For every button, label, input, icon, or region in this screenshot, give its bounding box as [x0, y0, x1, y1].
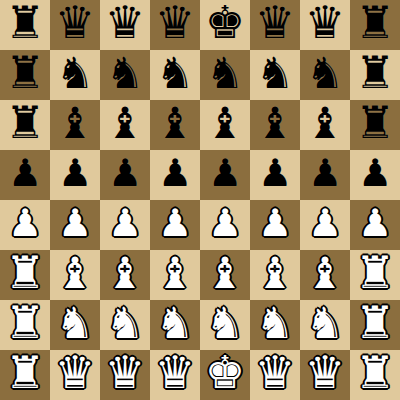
white-rook-piece[interactable]: ♜ [5, 298, 45, 348]
black-rook-piece[interactable]: ♜ [355, 0, 395, 48]
black-pawn-piece[interactable]: ♟ [258, 148, 292, 198]
white-rook-piece[interactable]: ♜ [5, 348, 45, 398]
square-b1[interactable]: ♛ [50, 350, 100, 400]
square-b3[interactable]: ♝ [50, 250, 100, 300]
square-h5[interactable]: ♟ [350, 150, 400, 200]
black-knight-piece[interactable]: ♞ [256, 48, 295, 98]
square-e6[interactable]: ♝ [200, 100, 250, 150]
white-rook-piece[interactable]: ♜ [5, 248, 45, 298]
white-knight-piece[interactable]: ♞ [56, 298, 95, 348]
black-knight-piece[interactable]: ♞ [306, 48, 345, 98]
square-e7[interactable]: ♞ [200, 50, 250, 100]
square-a7[interactable]: ♜ [0, 50, 50, 100]
square-f2[interactable]: ♞ [250, 300, 300, 350]
black-rook-piece[interactable]: ♜ [5, 98, 45, 148]
black-queen-piece[interactable]: ♛ [55, 0, 95, 48]
square-d4[interactable]: ♟ [150, 200, 200, 250]
square-d7[interactable]: ♞ [150, 50, 200, 100]
white-pawn-piece[interactable]: ♟ [208, 198, 242, 248]
square-g3[interactable]: ♝ [300, 250, 350, 300]
square-f3[interactable]: ♝ [250, 250, 300, 300]
square-a2[interactable]: ♜ [0, 300, 50, 350]
square-f6[interactable]: ♝ [250, 100, 300, 150]
square-f8[interactable]: ♛ [250, 0, 300, 50]
white-pawn-piece[interactable]: ♟ [308, 198, 342, 248]
square-e4[interactable]: ♟ [200, 200, 250, 250]
square-c7[interactable]: ♞ [100, 50, 150, 100]
black-rook-piece[interactable]: ♜ [355, 98, 395, 148]
white-pawn-piece[interactable]: ♟ [258, 198, 292, 248]
black-pawn-piece[interactable]: ♟ [158, 148, 192, 198]
square-e3[interactable]: ♝ [200, 250, 250, 300]
white-queen-piece[interactable]: ♛ [305, 348, 345, 398]
white-knight-piece[interactable]: ♞ [256, 298, 295, 348]
square-c6[interactable]: ♝ [100, 100, 150, 150]
black-bishop-piece[interactable]: ♝ [56, 98, 95, 148]
square-h1[interactable]: ♜ [350, 350, 400, 400]
square-b6[interactable]: ♝ [50, 100, 100, 150]
black-bishop-piece[interactable]: ♝ [206, 98, 245, 148]
white-knight-piece[interactable]: ♞ [206, 298, 245, 348]
white-rook-piece[interactable]: ♜ [355, 248, 395, 298]
square-a4[interactable]: ♟ [0, 200, 50, 250]
square-d2[interactable]: ♞ [150, 300, 200, 350]
black-pawn-piece[interactable]: ♟ [108, 148, 142, 198]
square-d8[interactable]: ♛ [150, 0, 200, 50]
square-e8[interactable]: ♚ [200, 0, 250, 50]
black-pawn-piece[interactable]: ♟ [308, 148, 342, 198]
square-g2[interactable]: ♞ [300, 300, 350, 350]
square-a3[interactable]: ♜ [0, 250, 50, 300]
square-f4[interactable]: ♟ [250, 200, 300, 250]
square-a6[interactable]: ♜ [0, 100, 50, 150]
white-bishop-piece[interactable]: ♝ [206, 248, 245, 298]
square-f7[interactable]: ♞ [250, 50, 300, 100]
square-g6[interactable]: ♝ [300, 100, 350, 150]
white-queen-piece[interactable]: ♛ [55, 348, 95, 398]
square-h4[interactable]: ♟ [350, 200, 400, 250]
white-bishop-piece[interactable]: ♝ [56, 248, 95, 298]
white-bishop-piece[interactable]: ♝ [256, 248, 295, 298]
black-bishop-piece[interactable]: ♝ [156, 98, 195, 148]
white-pawn-piece[interactable]: ♟ [8, 198, 42, 248]
square-g8[interactable]: ♛ [300, 0, 350, 50]
white-queen-piece[interactable]: ♛ [255, 348, 295, 398]
square-c1[interactable]: ♛ [100, 350, 150, 400]
black-bishop-piece[interactable]: ♝ [256, 98, 295, 148]
square-c2[interactable]: ♞ [100, 300, 150, 350]
black-pawn-piece[interactable]: ♟ [358, 148, 392, 198]
square-h3[interactable]: ♜ [350, 250, 400, 300]
black-knight-piece[interactable]: ♞ [156, 48, 195, 98]
white-bishop-piece[interactable]: ♝ [106, 248, 145, 298]
black-queen-piece[interactable]: ♛ [255, 0, 295, 48]
square-a5[interactable]: ♟ [0, 150, 50, 200]
white-knight-piece[interactable]: ♞ [306, 298, 345, 348]
square-d5[interactable]: ♟ [150, 150, 200, 200]
square-b5[interactable]: ♟ [50, 150, 100, 200]
square-h2[interactable]: ♜ [350, 300, 400, 350]
square-g4[interactable]: ♟ [300, 200, 350, 250]
square-g1[interactable]: ♛ [300, 350, 350, 400]
square-b4[interactable]: ♟ [50, 200, 100, 250]
chess-board: ♜♛♛♛♚♛♛♜♜♞♞♞♞♞♞♜♜♝♝♝♝♝♝♜♟♟♟♟♟♟♟♟♟♟♟♟♟♟♟♟… [0, 0, 400, 400]
square-c4[interactable]: ♟ [100, 200, 150, 250]
square-b7[interactable]: ♞ [50, 50, 100, 100]
square-b2[interactable]: ♞ [50, 300, 100, 350]
square-c3[interactable]: ♝ [100, 250, 150, 300]
white-pawn-piece[interactable]: ♟ [108, 198, 142, 248]
square-f1[interactable]: ♛ [250, 350, 300, 400]
white-king-piece[interactable]: ♚ [205, 348, 245, 398]
black-pawn-piece[interactable]: ♟ [58, 148, 92, 198]
white-bishop-piece[interactable]: ♝ [156, 248, 195, 298]
white-rook-piece[interactable]: ♜ [355, 298, 395, 348]
black-knight-piece[interactable]: ♞ [106, 48, 145, 98]
black-rook-piece[interactable]: ♜ [355, 48, 395, 98]
white-pawn-piece[interactable]: ♟ [358, 198, 392, 248]
black-pawn-piece[interactable]: ♟ [8, 148, 42, 198]
white-queen-piece[interactable]: ♛ [155, 348, 195, 398]
square-g5[interactable]: ♟ [300, 150, 350, 200]
square-a8[interactable]: ♜ [0, 0, 50, 50]
black-bishop-piece[interactable]: ♝ [306, 98, 345, 148]
square-d6[interactable]: ♝ [150, 100, 200, 150]
white-knight-piece[interactable]: ♞ [156, 298, 195, 348]
square-c8[interactable]: ♛ [100, 0, 150, 50]
black-pawn-piece[interactable]: ♟ [208, 148, 242, 198]
square-d3[interactable]: ♝ [150, 250, 200, 300]
white-bishop-piece[interactable]: ♝ [306, 248, 345, 298]
square-e2[interactable]: ♞ [200, 300, 250, 350]
black-knight-piece[interactable]: ♞ [56, 48, 95, 98]
black-queen-piece[interactable]: ♛ [105, 0, 145, 48]
square-h6[interactable]: ♜ [350, 100, 400, 150]
black-rook-piece[interactable]: ♜ [5, 48, 45, 98]
square-e5[interactable]: ♟ [200, 150, 250, 200]
white-pawn-piece[interactable]: ♟ [158, 198, 192, 248]
black-queen-piece[interactable]: ♛ [155, 0, 195, 48]
square-b8[interactable]: ♛ [50, 0, 100, 50]
black-knight-piece[interactable]: ♞ [206, 48, 245, 98]
black-queen-piece[interactable]: ♛ [305, 0, 345, 48]
white-queen-piece[interactable]: ♛ [105, 348, 145, 398]
square-f5[interactable]: ♟ [250, 150, 300, 200]
black-rook-piece[interactable]: ♜ [5, 0, 45, 48]
white-knight-piece[interactable]: ♞ [106, 298, 145, 348]
white-pawn-piece[interactable]: ♟ [58, 198, 92, 248]
square-g7[interactable]: ♞ [300, 50, 350, 100]
square-d1[interactable]: ♛ [150, 350, 200, 400]
black-king-piece[interactable]: ♚ [205, 0, 245, 48]
square-h7[interactable]: ♜ [350, 50, 400, 100]
black-bishop-piece[interactable]: ♝ [106, 98, 145, 148]
square-c5[interactable]: ♟ [100, 150, 150, 200]
square-a1[interactable]: ♜ [0, 350, 50, 400]
white-rook-piece[interactable]: ♜ [355, 348, 395, 398]
square-h8[interactable]: ♜ [350, 0, 400, 50]
square-e1[interactable]: ♚ [200, 350, 250, 400]
